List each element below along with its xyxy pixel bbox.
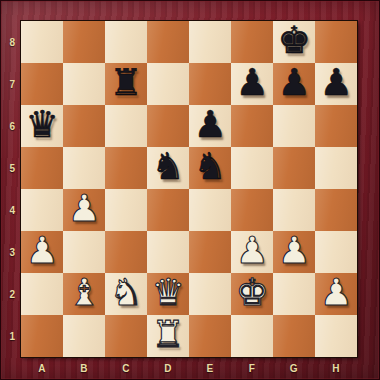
square-d2[interactable]: ♛ bbox=[147, 273, 189, 315]
square-e3[interactable] bbox=[189, 231, 231, 273]
square-e7[interactable] bbox=[189, 63, 231, 105]
file-label-a: A bbox=[21, 357, 63, 380]
square-f4[interactable] bbox=[231, 189, 273, 231]
square-f6[interactable] bbox=[231, 105, 273, 147]
piece-white-pawn[interactable]: ♟ bbox=[277, 230, 310, 272]
square-g7[interactable]: ♟ bbox=[273, 63, 315, 105]
square-b6[interactable] bbox=[63, 105, 105, 147]
file-label-d: D bbox=[147, 357, 189, 380]
square-a4[interactable] bbox=[21, 189, 63, 231]
piece-black-pawn[interactable]: ♟ bbox=[235, 62, 268, 104]
square-h4[interactable] bbox=[315, 189, 357, 231]
square-h5[interactable] bbox=[315, 147, 357, 189]
piece-white-pawn[interactable]: ♟ bbox=[235, 230, 268, 272]
square-a7[interactable] bbox=[21, 63, 63, 105]
square-h3[interactable] bbox=[315, 231, 357, 273]
square-g5[interactable] bbox=[273, 147, 315, 189]
square-e8[interactable] bbox=[189, 21, 231, 63]
rank-label-1: 1 bbox=[0, 315, 21, 357]
rank-label-2: 2 bbox=[0, 273, 21, 315]
square-b5[interactable] bbox=[63, 147, 105, 189]
file-label-c: C bbox=[105, 357, 147, 380]
square-c1[interactable] bbox=[105, 315, 147, 357]
piece-white-pawn[interactable]: ♟ bbox=[25, 230, 58, 272]
piece-white-king[interactable]: ♚ bbox=[235, 272, 268, 314]
square-f8[interactable] bbox=[231, 21, 273, 63]
file-labels: ABCDEFGH bbox=[21, 357, 357, 380]
piece-black-pawn[interactable]: ♟ bbox=[193, 104, 226, 146]
rank-label-7: 7 bbox=[0, 63, 21, 105]
square-f7[interactable]: ♟ bbox=[231, 63, 273, 105]
square-d5[interactable]: ♞ bbox=[147, 147, 189, 189]
square-b8[interactable] bbox=[63, 21, 105, 63]
file-label-h: H bbox=[315, 357, 357, 380]
square-g2[interactable] bbox=[273, 273, 315, 315]
square-h2[interactable]: ♟ bbox=[315, 273, 357, 315]
file-label-e: E bbox=[189, 357, 231, 380]
square-f3[interactable]: ♟ bbox=[231, 231, 273, 273]
square-c8[interactable] bbox=[105, 21, 147, 63]
piece-black-knight[interactable]: ♞ bbox=[193, 146, 226, 188]
square-d3[interactable] bbox=[147, 231, 189, 273]
square-b2[interactable]: ♝ bbox=[63, 273, 105, 315]
piece-white-rook[interactable]: ♜ bbox=[151, 314, 184, 356]
piece-white-knight[interactable]: ♞ bbox=[109, 272, 142, 314]
file-label-b: B bbox=[63, 357, 105, 380]
square-c4[interactable] bbox=[105, 189, 147, 231]
square-d4[interactable] bbox=[147, 189, 189, 231]
square-d6[interactable] bbox=[147, 105, 189, 147]
chessboard-frame: ♚♜♟♟♟♛♟♞♞♟♟♟♟♝♞♛♚♟♜ 87654321 ABCDEFGH bbox=[0, 0, 380, 380]
square-a3[interactable]: ♟ bbox=[21, 231, 63, 273]
square-b1[interactable] bbox=[63, 315, 105, 357]
square-e4[interactable] bbox=[189, 189, 231, 231]
square-h6[interactable] bbox=[315, 105, 357, 147]
rank-label-6: 6 bbox=[0, 105, 21, 147]
piece-black-rook[interactable]: ♜ bbox=[109, 62, 142, 104]
square-f1[interactable] bbox=[231, 315, 273, 357]
square-g8[interactable]: ♚ bbox=[273, 21, 315, 63]
square-a1[interactable] bbox=[21, 315, 63, 357]
piece-black-pawn[interactable]: ♟ bbox=[277, 62, 310, 104]
piece-black-knight[interactable]: ♞ bbox=[151, 146, 184, 188]
square-c3[interactable] bbox=[105, 231, 147, 273]
chessboard: ♚♜♟♟♟♛♟♞♞♟♟♟♟♝♞♛♚♟♜ bbox=[21, 21, 357, 357]
file-label-f: F bbox=[231, 357, 273, 380]
square-f2[interactable]: ♚ bbox=[231, 273, 273, 315]
piece-white-pawn[interactable]: ♟ bbox=[67, 188, 100, 230]
square-a2[interactable] bbox=[21, 273, 63, 315]
square-e5[interactable]: ♞ bbox=[189, 147, 231, 189]
square-c2[interactable]: ♞ bbox=[105, 273, 147, 315]
square-b4[interactable]: ♟ bbox=[63, 189, 105, 231]
rank-label-5: 5 bbox=[0, 147, 21, 189]
piece-white-bishop[interactable]: ♝ bbox=[67, 272, 100, 314]
square-h7[interactable]: ♟ bbox=[315, 63, 357, 105]
piece-black-queen[interactable]: ♛ bbox=[25, 104, 58, 146]
square-d8[interactable] bbox=[147, 21, 189, 63]
square-a5[interactable] bbox=[21, 147, 63, 189]
rank-label-3: 3 bbox=[0, 231, 21, 273]
rank-label-4: 4 bbox=[0, 189, 21, 231]
square-c6[interactable] bbox=[105, 105, 147, 147]
piece-white-queen[interactable]: ♛ bbox=[151, 272, 184, 314]
piece-white-pawn[interactable]: ♟ bbox=[319, 272, 352, 314]
square-e2[interactable] bbox=[189, 273, 231, 315]
square-b7[interactable] bbox=[63, 63, 105, 105]
square-h8[interactable] bbox=[315, 21, 357, 63]
square-e1[interactable] bbox=[189, 315, 231, 357]
square-g3[interactable]: ♟ bbox=[273, 231, 315, 273]
piece-black-king[interactable]: ♚ bbox=[277, 20, 310, 62]
square-c7[interactable]: ♜ bbox=[105, 63, 147, 105]
square-h1[interactable] bbox=[315, 315, 357, 357]
square-g1[interactable] bbox=[273, 315, 315, 357]
square-d1[interactable]: ♜ bbox=[147, 315, 189, 357]
square-g4[interactable] bbox=[273, 189, 315, 231]
square-d7[interactable] bbox=[147, 63, 189, 105]
square-c5[interactable] bbox=[105, 147, 147, 189]
square-a6[interactable]: ♛ bbox=[21, 105, 63, 147]
rank-labels: 87654321 bbox=[0, 21, 21, 357]
piece-black-pawn[interactable]: ♟ bbox=[319, 62, 352, 104]
square-f5[interactable] bbox=[231, 147, 273, 189]
square-b3[interactable] bbox=[63, 231, 105, 273]
square-e6[interactable]: ♟ bbox=[189, 105, 231, 147]
rank-label-8: 8 bbox=[0, 21, 21, 63]
file-label-g: G bbox=[273, 357, 315, 380]
square-a8[interactable] bbox=[21, 21, 63, 63]
square-g6[interactable] bbox=[273, 105, 315, 147]
